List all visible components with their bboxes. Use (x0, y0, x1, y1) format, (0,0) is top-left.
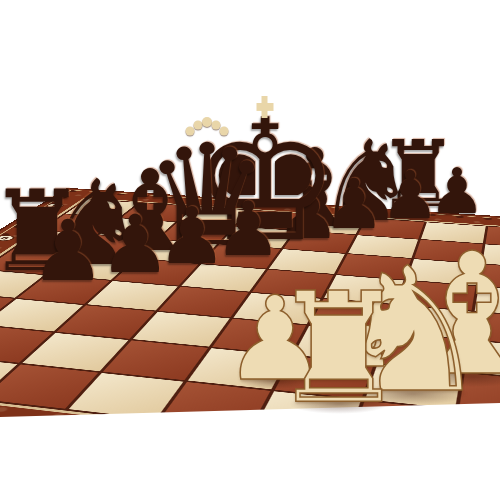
queen-crown-ball (202, 117, 212, 127)
white-rook-foreground[interactable]: ♜ (271, 273, 407, 425)
black-pawn-a7[interactable]: ♟ (30, 209, 105, 293)
chess-set-photo: 87654321 ♜♞♝♛♚♝♞♜♟♟♟♟♟♟♟♟♟♟♜♞♝ (0, 0, 500, 500)
king-cream-cross-finial (257, 96, 274, 118)
queen-crown-ball (220, 127, 229, 136)
black-pawn-b7[interactable]: ♟ (99, 205, 171, 285)
queen-crown-ball (186, 127, 195, 136)
